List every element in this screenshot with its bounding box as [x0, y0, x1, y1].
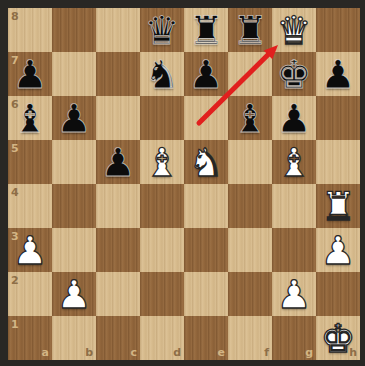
piece-white-pawn-a3[interactable]: ♟ — [8, 228, 52, 272]
square-b4[interactable] — [52, 184, 96, 228]
square-f4[interactable] — [228, 184, 272, 228]
rank-label-2: 2 — [11, 275, 19, 286]
piece-white-pawn-h3[interactable]: ♟ — [316, 228, 360, 272]
piece-black-pawn-b6[interactable]: ♟ — [52, 96, 96, 140]
square-d4[interactable] — [140, 184, 184, 228]
square-h6[interactable] — [316, 96, 360, 140]
rank-label-4: 4 — [11, 187, 19, 198]
file-label-e: e — [218, 347, 225, 358]
square-e4[interactable] — [184, 184, 228, 228]
piece-black-bishop-a6[interactable]: ♝ — [8, 96, 52, 140]
square-e7[interactable]: ♟ — [184, 52, 228, 96]
square-a6[interactable]: 6♝ — [8, 96, 52, 140]
square-d7[interactable]: ♞ — [140, 52, 184, 96]
board-frame: 8♛♜♜♛7♟♞♟♚♟6♝♟♝♟5♟♝♞♝4♜3♟♟2♟♟1abcdefgh♚ — [0, 0, 365, 366]
square-d1[interactable]: d — [140, 316, 184, 360]
square-c1[interactable]: c — [96, 316, 140, 360]
square-h8[interactable] — [316, 8, 360, 52]
square-g6[interactable]: ♟ — [272, 96, 316, 140]
square-h2[interactable] — [316, 272, 360, 316]
square-a7[interactable]: 7♟ — [8, 52, 52, 96]
piece-white-bishop-d5[interactable]: ♝ — [140, 140, 184, 184]
square-a3[interactable]: 3♟ — [8, 228, 52, 272]
piece-white-rook-h4[interactable]: ♜ — [316, 184, 360, 228]
square-g4[interactable] — [272, 184, 316, 228]
file-label-g: g — [305, 347, 313, 358]
square-a8[interactable]: 8 — [8, 8, 52, 52]
square-d8[interactable]: ♛ — [140, 8, 184, 52]
square-c8[interactable] — [96, 8, 140, 52]
file-label-f: f — [264, 347, 269, 358]
square-d2[interactable] — [140, 272, 184, 316]
square-a2[interactable]: 2 — [8, 272, 52, 316]
piece-black-pawn-h7[interactable]: ♟ — [316, 52, 360, 96]
square-b1[interactable]: b — [52, 316, 96, 360]
square-c5[interactable]: ♟ — [96, 140, 140, 184]
square-b3[interactable] — [52, 228, 96, 272]
file-label-a: a — [42, 347, 49, 358]
piece-black-pawn-g6[interactable]: ♟ — [272, 96, 316, 140]
square-b6[interactable]: ♟ — [52, 96, 96, 140]
piece-white-king-h1[interactable]: ♚ — [316, 316, 360, 360]
square-d3[interactable] — [140, 228, 184, 272]
piece-black-bishop-f6[interactable]: ♝ — [228, 96, 272, 140]
piece-white-queen-g8[interactable]: ♛ — [272, 8, 316, 52]
square-c6[interactable] — [96, 96, 140, 140]
square-f2[interactable] — [228, 272, 272, 316]
square-h4[interactable]: ♜ — [316, 184, 360, 228]
square-c2[interactable] — [96, 272, 140, 316]
piece-black-pawn-a7[interactable]: ♟ — [8, 52, 52, 96]
square-h3[interactable]: ♟ — [316, 228, 360, 272]
square-e5[interactable]: ♞ — [184, 140, 228, 184]
rank-label-1: 1 — [11, 319, 19, 330]
piece-black-rook-f8[interactable]: ♜ — [228, 8, 272, 52]
piece-white-knight-e5[interactable]: ♞ — [184, 140, 228, 184]
square-h5[interactable] — [316, 140, 360, 184]
piece-white-pawn-b2[interactable]: ♟ — [52, 272, 96, 316]
square-a1[interactable]: 1a — [8, 316, 52, 360]
square-e1[interactable]: e — [184, 316, 228, 360]
square-a5[interactable]: 5 — [8, 140, 52, 184]
square-f7[interactable] — [228, 52, 272, 96]
square-f1[interactable]: f — [228, 316, 272, 360]
square-e8[interactable]: ♜ — [184, 8, 228, 52]
square-c7[interactable] — [96, 52, 140, 96]
square-c3[interactable] — [96, 228, 140, 272]
piece-black-queen-d8[interactable]: ♛ — [140, 8, 184, 52]
square-h7[interactable]: ♟ — [316, 52, 360, 96]
piece-black-king-g7[interactable]: ♚ — [272, 52, 316, 96]
piece-black-rook-e8[interactable]: ♜ — [184, 8, 228, 52]
piece-white-bishop-g5[interactable]: ♝ — [272, 140, 316, 184]
square-b8[interactable] — [52, 8, 96, 52]
piece-white-pawn-g2[interactable]: ♟ — [272, 272, 316, 316]
square-f3[interactable] — [228, 228, 272, 272]
square-d5[interactable]: ♝ — [140, 140, 184, 184]
square-g5[interactable]: ♝ — [272, 140, 316, 184]
rank-label-8: 8 — [11, 11, 19, 22]
square-g3[interactable] — [272, 228, 316, 272]
file-label-b: b — [85, 347, 93, 358]
square-f6[interactable]: ♝ — [228, 96, 272, 140]
chess-board: 8♛♜♜♛7♟♞♟♚♟6♝♟♝♟5♟♝♞♝4♜3♟♟2♟♟1abcdefgh♚ — [8, 8, 360, 360]
square-g2[interactable]: ♟ — [272, 272, 316, 316]
file-label-d: d — [173, 347, 181, 358]
square-e3[interactable] — [184, 228, 228, 272]
square-b7[interactable] — [52, 52, 96, 96]
piece-black-pawn-c5[interactable]: ♟ — [96, 140, 140, 184]
square-e2[interactable] — [184, 272, 228, 316]
square-d6[interactable] — [140, 96, 184, 140]
square-e6[interactable] — [184, 96, 228, 140]
square-g8[interactable]: ♛ — [272, 8, 316, 52]
square-f5[interactable] — [228, 140, 272, 184]
square-g7[interactable]: ♚ — [272, 52, 316, 96]
rank-label-5: 5 — [11, 143, 19, 154]
square-f8[interactable]: ♜ — [228, 8, 272, 52]
piece-black-pawn-e7[interactable]: ♟ — [184, 52, 228, 96]
square-a4[interactable]: 4 — [8, 184, 52, 228]
square-g1[interactable]: g — [272, 316, 316, 360]
square-c4[interactable] — [96, 184, 140, 228]
square-h1[interactable]: h♚ — [316, 316, 360, 360]
square-b2[interactable]: ♟ — [52, 272, 96, 316]
piece-black-knight-d7[interactable]: ♞ — [140, 52, 184, 96]
file-label-c: c — [130, 347, 137, 358]
square-b5[interactable] — [52, 140, 96, 184]
